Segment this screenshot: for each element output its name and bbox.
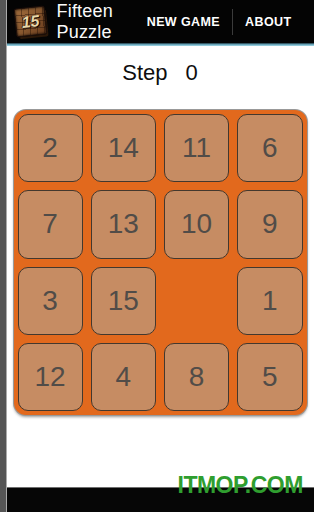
tile-5[interactable]: 5 bbox=[237, 343, 302, 411]
step-count: 0 bbox=[186, 58, 198, 88]
about-button[interactable]: ABOUT bbox=[233, 3, 303, 41]
tile-12[interactable]: 12 bbox=[18, 343, 83, 411]
tile-9[interactable]: 9 bbox=[237, 190, 302, 258]
actionbar-accent-line bbox=[7, 43, 314, 46]
tile-4[interactable]: 4 bbox=[91, 343, 156, 411]
app-icon-label: 15 bbox=[20, 13, 39, 31]
tile-8[interactable]: 8 bbox=[164, 343, 229, 411]
tile-1[interactable]: 1 bbox=[237, 267, 302, 335]
tile-10[interactable]: 10 bbox=[164, 190, 229, 258]
new-game-button[interactable]: NEW GAME bbox=[135, 3, 232, 41]
tile-7[interactable]: 7 bbox=[18, 190, 83, 258]
action-bar: 15 Fifteen Puzzle NEW GAME ABOUT bbox=[7, 0, 314, 43]
tile-2[interactable]: 2 bbox=[18, 114, 83, 182]
tile-13[interactable]: 13 bbox=[91, 190, 156, 258]
tile-6[interactable]: 6 bbox=[237, 114, 302, 182]
step-counter: Step0 bbox=[7, 58, 314, 88]
watermark-text: ITMOP.COM bbox=[178, 472, 303, 499]
app-title: Fifteen Puzzle bbox=[57, 1, 135, 43]
empty-cell bbox=[164, 267, 229, 335]
tile-14[interactable]: 14 bbox=[91, 114, 156, 182]
app-screen: 15 Fifteen Puzzle NEW GAME ABOUT Step0 2… bbox=[7, 0, 314, 512]
step-label: Step bbox=[122, 60, 167, 85]
tile-15[interactable]: 15 bbox=[91, 267, 156, 335]
tile-11[interactable]: 11 bbox=[164, 114, 229, 182]
app-icon: 15 bbox=[13, 5, 47, 37]
tile-3[interactable]: 3 bbox=[18, 267, 83, 335]
puzzle-board: 214116713109315112485 bbox=[14, 110, 307, 415]
